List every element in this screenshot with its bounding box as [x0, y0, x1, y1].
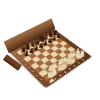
square-h4 [63, 44, 71, 50]
white-rook: ♜ [79, 50, 86, 58]
chess-board-3d: ♜♞♝♛♚♝♞♜♟♟♟♟♟♟♟♟♟♟♟♟♟♟♟♟♜♞♝♛♚♝♞♜ [10, 29, 92, 88]
chess-set-product-photo: ♜♞♝♛♚♝♞♜♟♟♟♟♟♟♟♟♟♟♟♟♟♟♟♟♜♞♝♛♚♝♞♜ [0, 0, 100, 100]
